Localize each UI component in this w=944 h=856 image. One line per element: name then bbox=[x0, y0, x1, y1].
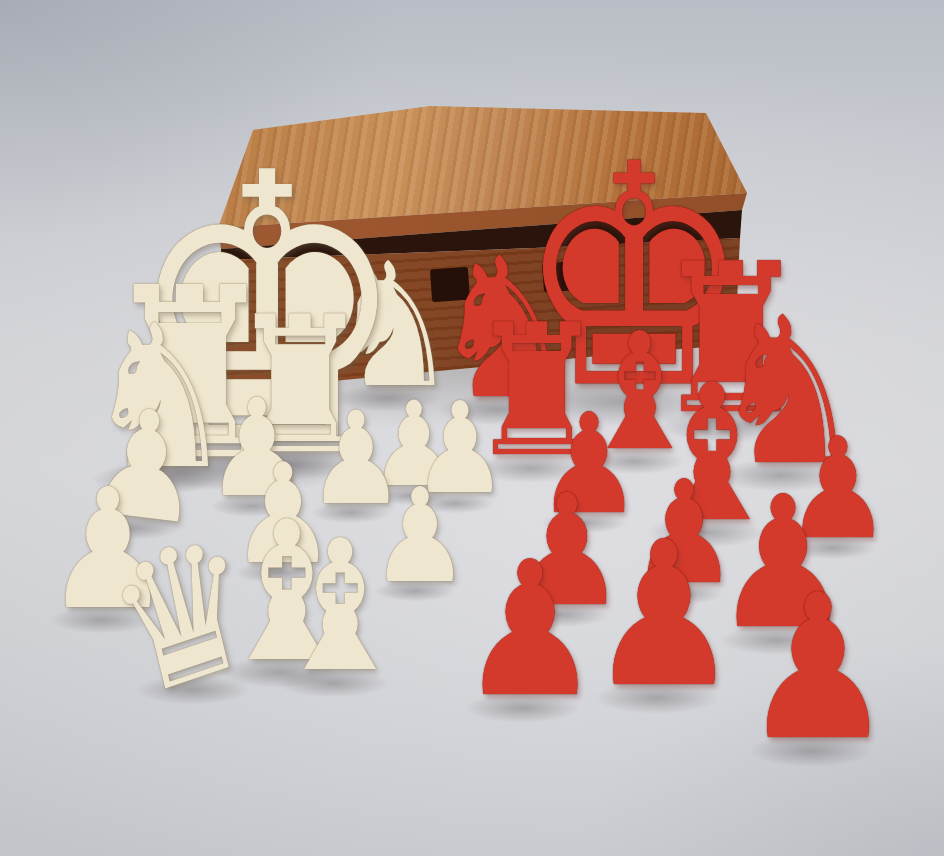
box-front-slot bbox=[542, 261, 584, 293]
box-lid-top bbox=[0, 0, 944, 856]
box-front-slot bbox=[430, 267, 470, 303]
wood-grain bbox=[0, 0, 944, 856]
photo-stage: ♚♜♜♞♞♛♝♝♟♟♟♟♟♟♟♟♚♜♜♞♞♝♝♟♟♟♟♟♟♟♟ bbox=[0, 0, 944, 856]
wooden-box bbox=[0, 0, 944, 856]
